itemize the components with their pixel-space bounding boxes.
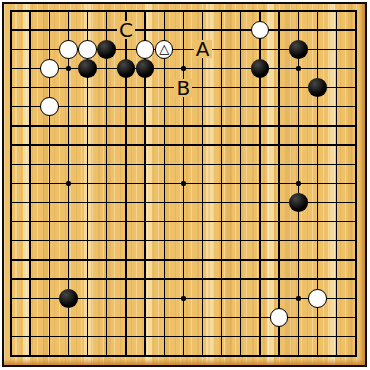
star-point — [181, 296, 186, 301]
grid-line-horizontal — [10, 278, 357, 279]
grid-line-horizontal — [10, 317, 357, 318]
grid-line-horizontal — [10, 355, 357, 357]
black-stone — [289, 193, 308, 212]
choice-label-B[interactable]: B — [174, 79, 192, 97]
grid-line-vertical — [355, 10, 357, 357]
star-point — [296, 296, 301, 301]
white-stone — [40, 59, 59, 78]
grid-line-vertical — [202, 10, 203, 357]
grid-line-vertical — [278, 10, 279, 357]
white-stone — [136, 40, 155, 59]
star-point — [181, 181, 186, 186]
black-stone — [117, 59, 136, 78]
white-stone — [78, 40, 97, 59]
star-point — [66, 181, 71, 186]
white-stone — [308, 289, 327, 308]
board-grid: △ABC — [0, 0, 370, 370]
choice-label-C[interactable]: C — [117, 21, 135, 39]
black-stone — [97, 40, 116, 59]
white-stone — [251, 21, 270, 40]
grid-line-vertical — [336, 10, 337, 357]
star-point — [296, 181, 301, 186]
black-stone — [289, 40, 308, 59]
black-stone — [78, 59, 97, 78]
black-stone — [251, 59, 270, 78]
grid-line-horizontal — [10, 259, 357, 260]
white-stone: △ — [155, 40, 174, 59]
grid-line-vertical — [221, 10, 222, 357]
go-diagram: △ABC — [0, 0, 370, 370]
grid-line-horizontal — [10, 240, 357, 241]
white-stone — [270, 308, 289, 327]
black-stone — [59, 289, 78, 308]
star-point — [296, 66, 301, 71]
triangle-marker-icon: △ — [156, 41, 173, 58]
black-stone — [136, 59, 155, 78]
white-stone — [40, 97, 59, 116]
star-point — [181, 66, 186, 71]
black-stone — [308, 78, 327, 97]
grid-line-vertical — [240, 10, 241, 357]
grid-line-horizontal — [10, 221, 357, 222]
grid-line-horizontal — [10, 336, 357, 337]
white-stone — [59, 40, 78, 59]
star-point — [66, 66, 71, 71]
choice-label-A[interactable]: A — [194, 40, 212, 58]
